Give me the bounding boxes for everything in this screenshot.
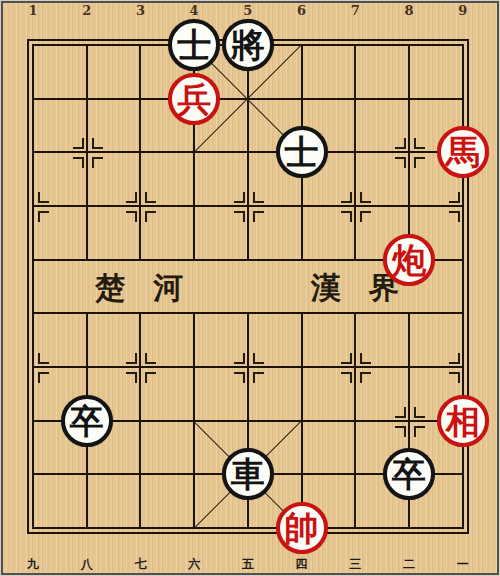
point-marker-corner — [395, 138, 406, 149]
grid-line-file-8-seg1 — [408, 44, 410, 261]
point-marker-corner — [73, 138, 84, 149]
bottom-file-label-2: 八 — [81, 556, 93, 573]
point-marker-corner — [234, 211, 245, 222]
point-marker-corner — [360, 353, 371, 364]
bottom-file-label-9: 一 — [457, 556, 469, 573]
point-marker-corner — [126, 192, 137, 203]
point-marker-corner — [449, 211, 460, 222]
grid-line-file-9 — [462, 44, 464, 529]
river-label-chu-he: 楚河 — [95, 268, 211, 309]
point-marker-corner — [126, 372, 137, 383]
point-marker-corner — [414, 157, 425, 168]
point-marker-corner — [253, 372, 264, 383]
grid-line-file-7-seg2 — [354, 312, 356, 529]
bottom-file-label-1: 九 — [27, 556, 39, 573]
piece-black-soldier[interactable]: 卒 — [61, 395, 113, 447]
top-file-label-1: 1 — [28, 3, 37, 18]
bottom-file-label-3: 七 — [134, 556, 146, 573]
point-marker-corner — [395, 157, 406, 168]
top-file-label-4: 4 — [190, 3, 199, 18]
grid-line-file-3-seg2 — [139, 312, 141, 529]
point-marker-corner — [395, 407, 406, 418]
point-marker-corner — [360, 211, 371, 222]
point-marker-corner — [449, 353, 460, 364]
point-marker-corner — [414, 138, 425, 149]
top-file-label-9: 9 — [458, 3, 467, 18]
piece-black-advisor[interactable]: 士 — [168, 19, 220, 71]
point-marker-corner — [92, 138, 103, 149]
point-marker-corner — [395, 426, 406, 437]
piece-red-elephant[interactable]: 相 — [437, 395, 489, 447]
piece-black-advisor[interactable]: 士 — [276, 126, 328, 178]
point-marker-corner — [341, 211, 352, 222]
top-file-label-8: 8 — [404, 3, 413, 18]
piece-red-cannon[interactable]: 炮 — [383, 234, 435, 286]
point-marker-corner — [234, 192, 245, 203]
point-marker-corner — [253, 353, 264, 364]
piece-red-general[interactable]: 帥 — [276, 502, 328, 554]
piece-red-horse[interactable]: 馬 — [437, 126, 489, 178]
piece-black-general[interactable]: 將 — [222, 19, 274, 71]
point-marker-corner — [145, 211, 156, 222]
point-marker-corner — [145, 192, 156, 203]
point-marker-corner — [234, 353, 245, 364]
point-marker-corner — [449, 372, 460, 383]
top-file-label-3: 3 — [136, 3, 145, 18]
point-marker-corner — [253, 192, 264, 203]
point-marker-corner — [414, 407, 425, 418]
point-marker-corner — [38, 353, 49, 364]
point-marker-corner — [73, 157, 84, 168]
point-marker-corner — [145, 372, 156, 383]
top-file-label-5: 5 — [243, 3, 252, 18]
grid-line-file-2-seg1 — [86, 44, 88, 261]
point-marker-corner — [38, 211, 49, 222]
grid-line-file-3-seg1 — [139, 44, 141, 261]
point-marker-corner — [341, 192, 352, 203]
top-file-label-2: 2 — [82, 3, 91, 18]
piece-black-soldier[interactable]: 卒 — [383, 448, 435, 500]
point-marker-corner — [341, 353, 352, 364]
point-marker-corner — [234, 372, 245, 383]
bottom-file-label-7: 三 — [349, 556, 361, 573]
point-marker-corner — [126, 211, 137, 222]
point-marker-corner — [360, 372, 371, 383]
point-marker-corner — [92, 157, 103, 168]
grid-line-file-5-seg1 — [247, 44, 249, 261]
point-marker-corner — [414, 426, 425, 437]
point-marker-corner — [449, 192, 460, 203]
top-file-label-7: 7 — [351, 3, 360, 18]
point-marker-corner — [38, 192, 49, 203]
bottom-file-label-5: 五 — [242, 556, 254, 573]
bottom-file-label-6: 四 — [296, 556, 308, 573]
point-marker-corner — [126, 353, 137, 364]
grid-line-file-1 — [32, 44, 34, 529]
bottom-file-label-8: 二 — [403, 556, 415, 573]
point-marker-corner — [360, 192, 371, 203]
xiangqi-board[interactable]: 楚河 漢界 士將兵士馬炮卒相車卒帥 — [33, 45, 463, 528]
grid-line-file-7-seg1 — [354, 44, 356, 261]
piece-red-soldier[interactable]: 兵 — [168, 73, 220, 125]
point-marker-corner — [38, 372, 49, 383]
top-file-label-6: 6 — [297, 3, 306, 18]
bottom-file-label-4: 六 — [188, 556, 200, 573]
point-marker-corner — [145, 353, 156, 364]
piece-black-chariot[interactable]: 車 — [222, 448, 274, 500]
xiangqi-board-screenshot: 楚河 漢界 士將兵士馬炮卒相車卒帥 123456789 九八七六五四三二一 — [0, 0, 500, 576]
point-marker-corner — [341, 372, 352, 383]
point-marker-corner — [253, 211, 264, 222]
